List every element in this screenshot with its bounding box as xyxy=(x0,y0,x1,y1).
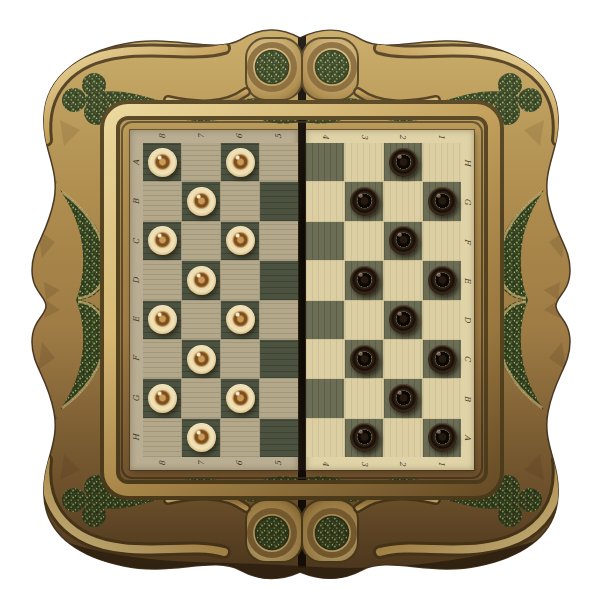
square[interactable] xyxy=(143,301,181,339)
dark-checker[interactable] xyxy=(389,305,418,334)
light-checker[interactable] xyxy=(226,305,255,334)
square[interactable] xyxy=(260,379,298,417)
square[interactable] xyxy=(423,143,461,181)
square[interactable] xyxy=(143,261,181,299)
board-grid xyxy=(306,143,461,457)
square[interactable] xyxy=(384,182,422,220)
coordinate-number: 4 xyxy=(321,134,330,139)
square[interactable] xyxy=(221,301,259,339)
square[interactable] xyxy=(260,182,298,220)
square[interactable] xyxy=(182,379,220,417)
coordinate-number: 6 xyxy=(235,134,244,139)
coordinate-number: 4 xyxy=(321,461,330,466)
square[interactable] xyxy=(221,222,259,260)
square[interactable] xyxy=(260,261,298,299)
square[interactable] xyxy=(345,222,383,260)
hinge-fold-gap xyxy=(298,130,306,470)
coordinate-number: 8 xyxy=(158,134,167,139)
square[interactable] xyxy=(423,379,461,417)
coordinate-number: 2 xyxy=(398,461,407,466)
coordinate-letter: F xyxy=(463,238,472,244)
square[interactable] xyxy=(384,261,422,299)
coordinate-number: 2 xyxy=(398,134,407,139)
board-half-left: 87658765ABCDEFGH xyxy=(130,130,298,470)
square[interactable] xyxy=(221,340,259,378)
square[interactable] xyxy=(306,419,344,457)
light-checker[interactable] xyxy=(148,384,177,413)
light-checker[interactable] xyxy=(187,266,216,295)
square[interactable] xyxy=(260,222,298,260)
square[interactable] xyxy=(345,182,383,220)
dark-checker[interactable] xyxy=(350,266,379,295)
square[interactable] xyxy=(260,301,298,339)
coordinate-strip: ABCDEFGH xyxy=(130,143,143,457)
square[interactable] xyxy=(182,340,220,378)
coordinate-letter: G xyxy=(463,199,472,205)
light-checker[interactable] xyxy=(187,423,216,452)
square[interactable] xyxy=(384,301,422,339)
square[interactable] xyxy=(306,379,344,417)
square[interactable] xyxy=(182,222,220,260)
square[interactable] xyxy=(345,379,383,417)
square[interactable] xyxy=(306,261,344,299)
light-checker[interactable] xyxy=(187,345,216,374)
coordinate-letter: B xyxy=(132,199,141,205)
light-checker[interactable] xyxy=(226,148,255,177)
coordinate-letter: A xyxy=(132,160,141,166)
coordinate-letter: H xyxy=(132,434,141,441)
coordinate-letter: E xyxy=(463,277,472,283)
coordinate-letter: D xyxy=(463,316,472,322)
coordinate-letter: C xyxy=(132,238,141,244)
coordinate-number: 5 xyxy=(274,461,283,466)
square[interactable] xyxy=(260,419,298,457)
square[interactable] xyxy=(306,182,344,220)
coordinate-number: 6 xyxy=(235,461,244,466)
square[interactable] xyxy=(182,301,220,339)
square[interactable] xyxy=(221,182,259,220)
dark-checker[interactable] xyxy=(350,423,379,452)
coordinate-strip: 8765 xyxy=(143,130,298,143)
square[interactable] xyxy=(143,143,181,181)
square[interactable] xyxy=(143,379,181,417)
dark-checker[interactable] xyxy=(428,423,457,452)
square[interactable] xyxy=(384,143,422,181)
square[interactable] xyxy=(306,340,344,378)
coordinate-number: 1 xyxy=(437,461,446,466)
coordinate-number: 7 xyxy=(197,134,206,139)
square[interactable] xyxy=(143,340,181,378)
dark-checker[interactable] xyxy=(389,384,418,413)
dark-checker[interactable] xyxy=(428,187,457,216)
light-checker[interactable] xyxy=(226,226,255,255)
square[interactable] xyxy=(345,419,383,457)
square[interactable] xyxy=(306,222,344,260)
square[interactable] xyxy=(143,222,181,260)
light-checker[interactable] xyxy=(226,384,255,413)
square[interactable] xyxy=(143,182,181,220)
square[interactable] xyxy=(260,340,298,378)
square[interactable] xyxy=(345,340,383,378)
coordinate-letter: B xyxy=(463,395,472,401)
square[interactable] xyxy=(221,143,259,181)
coordinate-letter: F xyxy=(132,356,141,362)
square[interactable] xyxy=(260,143,298,181)
square[interactable] xyxy=(345,261,383,299)
square[interactable] xyxy=(384,222,422,260)
chessboard-checkers-position: 87658765ABCDEFGH43214321HGFEDCBA xyxy=(130,130,474,470)
square[interactable] xyxy=(143,419,181,457)
square[interactable] xyxy=(423,182,461,220)
coordinate-strip: HGFEDCBA xyxy=(461,143,474,457)
coordinate-number: 8 xyxy=(158,461,167,466)
square[interactable] xyxy=(423,419,461,457)
board-half-right: 43214321HGFEDCBA xyxy=(306,130,474,470)
square[interactable] xyxy=(182,419,220,457)
dark-checker[interactable] xyxy=(428,345,457,374)
board-grid xyxy=(143,143,298,457)
light-checker[interactable] xyxy=(148,148,177,177)
square[interactable] xyxy=(306,301,344,339)
square[interactable] xyxy=(423,340,461,378)
coordinate-strip: 8765 xyxy=(143,457,298,470)
coordinate-letter: G xyxy=(132,395,141,401)
square[interactable] xyxy=(345,301,383,339)
square[interactable] xyxy=(345,143,383,181)
square[interactable] xyxy=(221,261,259,299)
coordinate-number: 3 xyxy=(360,461,369,466)
square[interactable] xyxy=(423,222,461,260)
coordinate-letter: E xyxy=(132,317,141,323)
light-checker[interactable] xyxy=(148,305,177,334)
square[interactable] xyxy=(221,379,259,417)
dark-checker[interactable] xyxy=(350,345,379,374)
product-photo: 87658765ABCDEFGH43214321HGFEDCBA xyxy=(0,0,600,600)
dark-checker[interactable] xyxy=(428,266,457,295)
square[interactable] xyxy=(423,261,461,299)
coordinate-strip: 4321 xyxy=(306,130,461,143)
light-checker[interactable] xyxy=(148,226,177,255)
dark-checker[interactable] xyxy=(389,148,418,177)
coordinate-letter: A xyxy=(463,434,472,440)
square[interactable] xyxy=(384,419,422,457)
dark-checker[interactable] xyxy=(389,226,418,255)
light-checker[interactable] xyxy=(187,187,216,216)
coordinate-letter: D xyxy=(132,277,141,283)
coordinate-letter: H xyxy=(463,159,472,166)
square[interactable] xyxy=(423,301,461,339)
coordinate-strip: 4321 xyxy=(306,457,461,470)
square[interactable] xyxy=(182,261,220,299)
square[interactable] xyxy=(221,419,259,457)
coordinate-letter: C xyxy=(463,356,472,362)
square[interactable] xyxy=(306,143,344,181)
coordinate-number: 1 xyxy=(437,134,446,139)
dark-checker[interactable] xyxy=(350,187,379,216)
square[interactable] xyxy=(182,143,220,181)
square[interactable] xyxy=(182,182,220,220)
coordinate-number: 5 xyxy=(274,134,283,139)
coordinate-number: 7 xyxy=(197,461,206,466)
square[interactable] xyxy=(384,340,422,378)
square[interactable] xyxy=(384,379,422,417)
coordinate-number: 3 xyxy=(360,134,369,139)
